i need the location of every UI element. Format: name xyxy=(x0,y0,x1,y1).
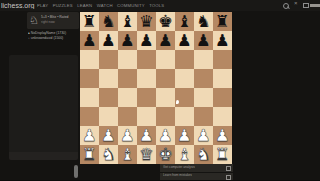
nav-item-tools[interactable]: TOOLS xyxy=(149,0,164,11)
square-d6[interactable] xyxy=(137,50,156,69)
square-a8[interactable]: ♜ xyxy=(80,12,99,31)
square-a2[interactable]: ♟ xyxy=(80,126,99,145)
main-nav: PLAY PUZZLES LEARN WATCH COMMUNITY TOOLS xyxy=(37,0,164,11)
piece-white-pawn[interactable]: ♟ xyxy=(80,126,99,145)
piece-black-queen[interactable]: ♛ xyxy=(137,12,156,31)
square-a5[interactable] xyxy=(80,69,99,88)
piece-black-rook[interactable]: ♜ xyxy=(80,12,99,31)
top-navbar: lichess.org PLAY PUZZLES LEARN WATCH COM… xyxy=(0,0,320,11)
menu-item-mistakes[interactable]: Learn from mistakes xyxy=(160,173,233,181)
square-c1[interactable]: ♝ xyxy=(118,145,137,164)
square-f4[interactable] xyxy=(175,88,194,107)
piece-white-bishop[interactable]: ♝ xyxy=(175,145,194,164)
square-f3[interactable] xyxy=(175,107,194,126)
square-d2[interactable]: ♟ xyxy=(137,126,156,145)
square-a7[interactable]: ♟ xyxy=(80,31,99,50)
nav-item-learn[interactable]: LEARN xyxy=(77,0,92,11)
square-b4[interactable] xyxy=(99,88,118,107)
piece-white-rook[interactable]: ♜ xyxy=(80,145,99,164)
piece-white-king[interactable]: ♚ xyxy=(156,145,175,164)
square-f6[interactable] xyxy=(175,50,194,69)
piece-black-knight[interactable]: ♞ xyxy=(99,12,118,31)
black-player-row[interactable]: ● unknowndavid (1500) xyxy=(28,35,66,40)
square-g3[interactable] xyxy=(194,107,213,126)
player-list: ● NoDisplayName (1730) ● unknowndavid (1… xyxy=(28,30,66,40)
piece-white-bishop[interactable]: ♝ xyxy=(118,145,137,164)
game-meta-box: ♘ 5+3 • Blitz • Rated right now xyxy=(27,12,79,29)
piece-black-pawn[interactable]: ♟ xyxy=(99,31,118,50)
menu-item-analysis[interactable]: Get computer analysis xyxy=(160,164,233,172)
piece-black-bishop[interactable]: ♝ xyxy=(175,12,194,31)
black-player-name[interactable]: unknowndavid (1500) xyxy=(31,35,64,39)
square-f1[interactable]: ♝ xyxy=(175,145,194,164)
white-disc-icon: ● xyxy=(28,31,30,34)
piece-white-knight[interactable]: ♞ xyxy=(99,145,118,164)
square-h1[interactable]: ♜ xyxy=(213,145,232,164)
square-h2[interactable]: ♟ xyxy=(213,126,232,145)
square-f2[interactable]: ♟ xyxy=(175,126,194,145)
user-menu[interactable] xyxy=(310,4,320,7)
chat-input[interactable] xyxy=(9,152,78,160)
square-a6[interactable] xyxy=(80,50,99,69)
square-a3[interactable] xyxy=(80,107,99,126)
piece-white-pawn[interactable]: ♟ xyxy=(194,126,213,145)
external-icon xyxy=(226,166,231,171)
square-c3[interactable] xyxy=(118,107,137,126)
notifications-icon[interactable] xyxy=(303,3,309,9)
square-g6[interactable] xyxy=(194,50,213,69)
square-c6[interactable] xyxy=(118,50,137,69)
square-h4[interactable] xyxy=(213,88,232,107)
menu-item-label: Learn from mistakes xyxy=(163,173,192,177)
square-g8[interactable]: ♞ xyxy=(194,12,213,31)
piece-white-pawn[interactable]: ♟ xyxy=(175,126,194,145)
square-c5[interactable] xyxy=(118,69,137,88)
piece-white-pawn[interactable]: ♟ xyxy=(137,126,156,145)
nav-item-community[interactable]: COMMUNITY xyxy=(117,0,145,11)
square-g1[interactable]: ♞ xyxy=(194,145,213,164)
square-h8[interactable]: ♜ xyxy=(213,12,232,31)
knight-icon: ♘ xyxy=(29,14,39,27)
piece-white-pawn[interactable]: ♟ xyxy=(118,126,137,145)
square-e6[interactable] xyxy=(156,50,175,69)
square-f8[interactable]: ♝ xyxy=(175,12,194,31)
piece-black-pawn[interactable]: ♟ xyxy=(137,31,156,50)
square-d1[interactable]: ♛ xyxy=(137,145,156,164)
search-icon[interactable] xyxy=(283,3,289,9)
scrollbar-thumb[interactable] xyxy=(74,165,78,178)
piece-white-pawn[interactable]: ♟ xyxy=(99,126,118,145)
square-e2[interactable]: ♟ xyxy=(156,126,175,145)
game-meta-text: 5+3 • Blitz • Rated right now xyxy=(41,15,68,24)
piece-black-bishop[interactable]: ♝ xyxy=(118,12,137,31)
square-e8[interactable]: ♚ xyxy=(156,12,175,31)
lichess-game-page: lichess.org PLAY PUZZLES LEARN WATCH COM… xyxy=(0,0,320,180)
square-h3[interactable] xyxy=(213,107,232,126)
mouse-cursor xyxy=(176,100,179,104)
external-icon xyxy=(226,175,231,180)
square-b7[interactable]: ♟ xyxy=(99,31,118,50)
piece-white-pawn[interactable]: ♟ xyxy=(213,126,232,145)
square-g2[interactable]: ♟ xyxy=(194,126,213,145)
piece-black-knight[interactable]: ♞ xyxy=(194,12,213,31)
piece-white-rook[interactable]: ♜ xyxy=(213,145,232,164)
piece-black-pawn[interactable]: ♟ xyxy=(194,31,213,50)
piece-white-queen[interactable]: ♛ xyxy=(137,145,156,164)
square-g7[interactable]: ♟ xyxy=(194,31,213,50)
square-d4[interactable] xyxy=(137,88,156,107)
square-b6[interactable] xyxy=(99,50,118,69)
nav-item-play[interactable]: PLAY xyxy=(37,0,48,11)
piece-black-rook[interactable]: ♜ xyxy=(213,12,232,31)
square-a4[interactable] xyxy=(80,88,99,107)
square-d7[interactable]: ♟ xyxy=(137,31,156,50)
piece-black-pawn[interactable]: ♟ xyxy=(156,31,175,50)
time-control: 5+3 • Blitz • Rated xyxy=(41,15,68,19)
square-b5[interactable] xyxy=(99,69,118,88)
square-h6[interactable] xyxy=(213,50,232,69)
square-b3[interactable] xyxy=(99,107,118,126)
white-player-name[interactable]: NoDisplayName (1730) xyxy=(31,30,66,34)
square-e4[interactable] xyxy=(156,88,175,107)
piece-black-king[interactable]: ♚ xyxy=(156,12,175,31)
piece-black-pawn[interactable]: ♟ xyxy=(213,31,232,50)
square-f7[interactable]: ♟ xyxy=(175,31,194,50)
piece-black-pawn[interactable]: ♟ xyxy=(175,31,194,50)
nav-item-puzzles[interactable]: PUZZLES xyxy=(53,0,73,11)
square-d5[interactable] xyxy=(137,69,156,88)
piece-white-knight[interactable]: ♞ xyxy=(194,145,213,164)
square-b1[interactable]: ♞ xyxy=(99,145,118,164)
square-a1[interactable]: ♜ xyxy=(80,145,99,164)
piece-black-pawn[interactable]: ♟ xyxy=(118,31,137,50)
square-c8[interactable]: ♝ xyxy=(118,12,137,31)
menu-item-label: Get computer analysis xyxy=(163,165,195,169)
nav-item-watch[interactable]: WATCH xyxy=(97,0,113,11)
square-e5[interactable] xyxy=(156,69,175,88)
square-e1[interactable]: ♚ xyxy=(156,145,175,164)
chat-panel xyxy=(9,55,78,160)
white-player-row[interactable]: ● NoDisplayName (1730) xyxy=(28,30,66,35)
square-h7[interactable]: ♟ xyxy=(213,31,232,50)
site-logo[interactable]: lichess.org xyxy=(1,0,34,11)
square-d8[interactable]: ♛ xyxy=(137,12,156,31)
square-c7[interactable]: ♟ xyxy=(118,31,137,50)
square-d3[interactable] xyxy=(137,107,156,126)
black-disc-icon: ● xyxy=(28,36,30,39)
square-f5[interactable] xyxy=(175,69,194,88)
underboard-menu: Get computer analysis Learn from mistake… xyxy=(160,164,233,180)
chess-board[interactable]: ♜♞♝♛♚♝♞♜♟♟♟♟♟♟♟♟♟♟♟♟♟♟♟♟♜♞♝♛♚♝♞♜ xyxy=(80,12,232,164)
square-g4[interactable] xyxy=(194,88,213,107)
square-e7[interactable]: ♟ xyxy=(156,31,175,50)
square-b8[interactable]: ♞ xyxy=(99,12,118,31)
square-b2[interactable]: ♟ xyxy=(99,126,118,145)
square-e3[interactable] xyxy=(156,107,175,126)
square-c4[interactable] xyxy=(118,88,137,107)
piece-black-pawn[interactable]: ♟ xyxy=(80,31,99,50)
piece-white-pawn[interactable]: ♟ xyxy=(156,126,175,145)
square-c2[interactable]: ♟ xyxy=(118,126,137,145)
square-g5[interactable] xyxy=(194,69,213,88)
challenge-icon[interactable]: × xyxy=(294,0,298,6)
square-h5[interactable] xyxy=(213,69,232,88)
game-started: right now xyxy=(41,19,68,23)
